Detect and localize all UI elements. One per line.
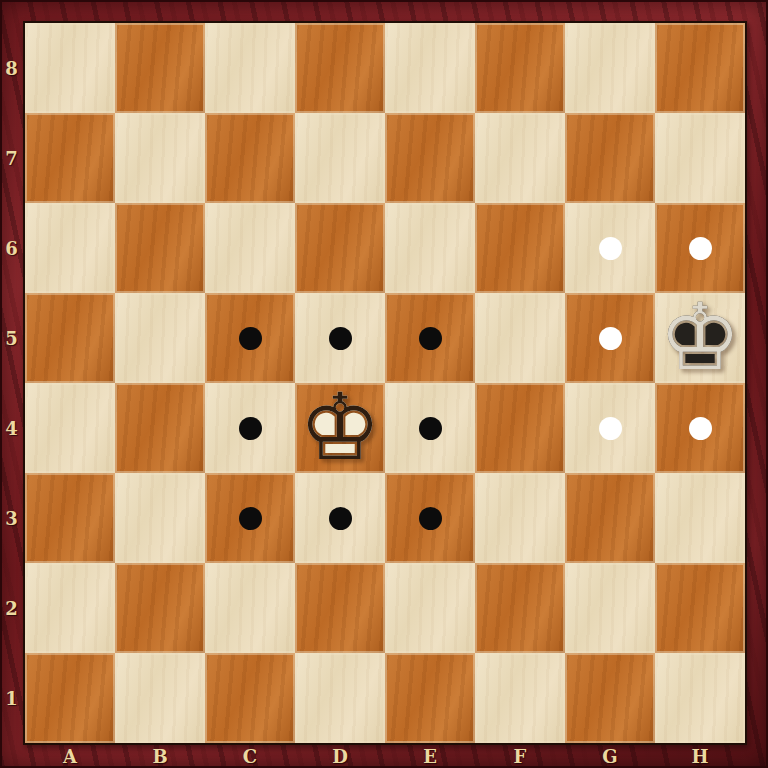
- square-d5[interactable]: [295, 293, 385, 383]
- square-c2[interactable]: [205, 563, 295, 653]
- white-dot-marker: [689, 237, 712, 260]
- square-h2[interactable]: [655, 563, 745, 653]
- file-label-e: E: [385, 745, 475, 768]
- square-f3[interactable]: [475, 473, 565, 563]
- file-label-g: G: [565, 745, 655, 768]
- white-dot-marker: [689, 417, 712, 440]
- rank-label-5: 5: [0, 293, 23, 383]
- square-h8[interactable]: [655, 23, 745, 113]
- square-f1[interactable]: [475, 653, 565, 743]
- square-h4[interactable]: [655, 383, 745, 473]
- rank-label-8: 8: [0, 23, 23, 113]
- square-c4[interactable]: [205, 383, 295, 473]
- square-g4[interactable]: [565, 383, 655, 473]
- black-king-outline-glyph: ♔: [655, 293, 745, 383]
- black-dot-marker: [419, 507, 442, 530]
- square-b8[interactable]: [115, 23, 205, 113]
- board-frame: ♚♔♚♔ 87654321 ABCDEFGH: [0, 0, 768, 768]
- square-h1[interactable]: [655, 653, 745, 743]
- square-b1[interactable]: [115, 653, 205, 743]
- black-dot-marker: [329, 507, 352, 530]
- square-a4[interactable]: [25, 383, 115, 473]
- white-dot-marker: [599, 417, 622, 440]
- square-a3[interactable]: [25, 473, 115, 563]
- rank-label-6: 6: [0, 203, 23, 293]
- black-dot-marker: [239, 327, 262, 350]
- black-king[interactable]: ♚♔: [655, 293, 745, 383]
- square-g6[interactable]: [565, 203, 655, 293]
- square-d3[interactable]: [295, 473, 385, 563]
- white-king[interactable]: ♚♔: [295, 383, 385, 473]
- square-a2[interactable]: [25, 563, 115, 653]
- square-a7[interactable]: [25, 113, 115, 203]
- square-d1[interactable]: [295, 653, 385, 743]
- square-e7[interactable]: [385, 113, 475, 203]
- rank-label-4: 4: [0, 383, 23, 473]
- square-a1[interactable]: [25, 653, 115, 743]
- square-d7[interactable]: [295, 113, 385, 203]
- square-b3[interactable]: [115, 473, 205, 563]
- black-dot-marker: [419, 327, 442, 350]
- square-e8[interactable]: [385, 23, 475, 113]
- square-e2[interactable]: [385, 563, 475, 653]
- rank-label-7: 7: [0, 113, 23, 203]
- square-e5[interactable]: [385, 293, 475, 383]
- square-b6[interactable]: [115, 203, 205, 293]
- square-e3[interactable]: [385, 473, 475, 563]
- black-dot-marker: [329, 327, 352, 350]
- black-dot-marker: [239, 417, 262, 440]
- square-f8[interactable]: [475, 23, 565, 113]
- square-h3[interactable]: [655, 473, 745, 563]
- file-label-c: C: [205, 745, 295, 768]
- white-king-outline-glyph: ♔: [295, 383, 385, 473]
- chess-board: ♚♔♚♔: [23, 21, 747, 745]
- square-d2[interactable]: [295, 563, 385, 653]
- square-c1[interactable]: [205, 653, 295, 743]
- square-a5[interactable]: [25, 293, 115, 383]
- square-e1[interactable]: [385, 653, 475, 743]
- square-c3[interactable]: [205, 473, 295, 563]
- square-h7[interactable]: [655, 113, 745, 203]
- square-b7[interactable]: [115, 113, 205, 203]
- square-g1[interactable]: [565, 653, 655, 743]
- square-d6[interactable]: [295, 203, 385, 293]
- file-label-d: D: [295, 745, 385, 768]
- square-d8[interactable]: [295, 23, 385, 113]
- file-label-h: H: [655, 745, 745, 768]
- rank-label-1: 1: [0, 653, 23, 743]
- black-dot-marker: [419, 417, 442, 440]
- square-f5[interactable]: [475, 293, 565, 383]
- square-h6[interactable]: [655, 203, 745, 293]
- square-f2[interactable]: [475, 563, 565, 653]
- rank-label-2: 2: [0, 563, 23, 653]
- square-h5[interactable]: ♚♔: [655, 293, 745, 383]
- square-g8[interactable]: [565, 23, 655, 113]
- square-d4[interactable]: ♚♔: [295, 383, 385, 473]
- square-g2[interactable]: [565, 563, 655, 653]
- square-a8[interactable]: [25, 23, 115, 113]
- white-dot-marker: [599, 327, 622, 350]
- square-e6[interactable]: [385, 203, 475, 293]
- square-f6[interactable]: [475, 203, 565, 293]
- square-g5[interactable]: [565, 293, 655, 383]
- square-b5[interactable]: [115, 293, 205, 383]
- square-f7[interactable]: [475, 113, 565, 203]
- square-c5[interactable]: [205, 293, 295, 383]
- square-c7[interactable]: [205, 113, 295, 203]
- black-dot-marker: [239, 507, 262, 530]
- square-c8[interactable]: [205, 23, 295, 113]
- file-label-b: B: [115, 745, 205, 768]
- square-b2[interactable]: [115, 563, 205, 653]
- rank-label-3: 3: [0, 473, 23, 563]
- square-f4[interactable]: [475, 383, 565, 473]
- file-label-a: A: [25, 745, 115, 768]
- square-g3[interactable]: [565, 473, 655, 563]
- white-dot-marker: [599, 237, 622, 260]
- square-g7[interactable]: [565, 113, 655, 203]
- square-b4[interactable]: [115, 383, 205, 473]
- file-label-f: F: [475, 745, 565, 768]
- square-e4[interactable]: [385, 383, 475, 473]
- square-a6[interactable]: [25, 203, 115, 293]
- square-c6[interactable]: [205, 203, 295, 293]
